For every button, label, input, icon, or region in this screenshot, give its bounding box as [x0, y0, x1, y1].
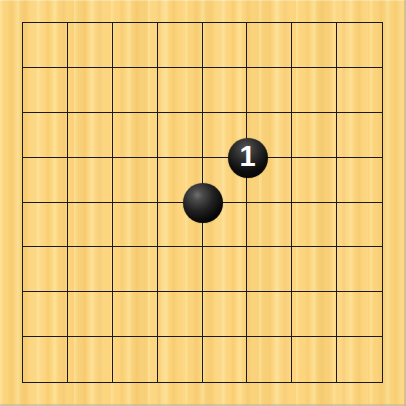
move-number-label: 1 [239, 142, 255, 171]
go-board: 1 [0, 0, 406, 406]
stone-black[interactable] [183, 183, 223, 223]
stones-layer: 1 [0, 0, 406, 406]
stone-black-move-1[interactable]: 1 [228, 138, 268, 178]
